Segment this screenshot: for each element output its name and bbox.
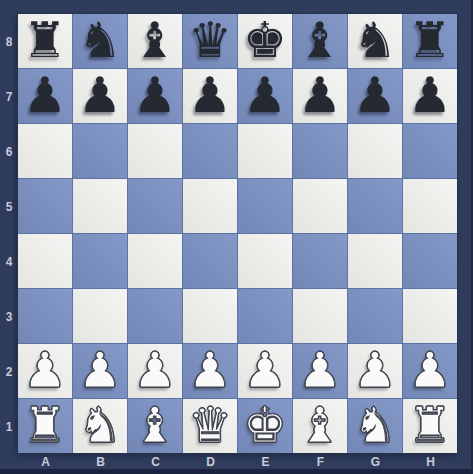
black-pawn[interactable]: ♟ xyxy=(408,69,452,123)
square-a6[interactable] xyxy=(18,124,72,178)
black-rook[interactable]: ♜ xyxy=(408,14,452,68)
black-bishop[interactable]: ♝ xyxy=(133,14,177,68)
file-label-d: D xyxy=(183,453,238,470)
white-bishop[interactable]: ♝ xyxy=(298,399,342,453)
file-label-c: C xyxy=(128,453,183,470)
square-f3[interactable] xyxy=(293,289,347,343)
white-pawn[interactable]: ♟ xyxy=(408,344,452,398)
black-pawn[interactable]: ♟ xyxy=(243,69,287,123)
square-b4[interactable] xyxy=(73,234,127,288)
square-e3[interactable] xyxy=(238,289,292,343)
white-pawn[interactable]: ♟ xyxy=(78,344,122,398)
file-labels: ABCDEFGH xyxy=(18,453,458,470)
white-knight[interactable]: ♞ xyxy=(353,399,397,453)
square-a1[interactable]: ♜ xyxy=(18,399,72,453)
square-c2[interactable]: ♟ xyxy=(128,344,182,398)
square-g8[interactable]: ♞ xyxy=(348,14,402,68)
rank-labels: 87654321 xyxy=(0,14,18,454)
square-b2[interactable]: ♟ xyxy=(73,344,127,398)
black-pawn[interactable]: ♟ xyxy=(188,69,232,123)
white-king[interactable]: ♚ xyxy=(243,399,287,453)
rank-label-4: 4 xyxy=(0,234,18,289)
square-c7[interactable]: ♟ xyxy=(128,69,182,123)
rank-label-2: 2 xyxy=(0,344,18,399)
black-rook[interactable]: ♜ xyxy=(23,14,67,68)
square-a5[interactable] xyxy=(18,179,72,233)
square-a4[interactable] xyxy=(18,234,72,288)
square-d3[interactable] xyxy=(183,289,237,343)
square-g7[interactable]: ♟ xyxy=(348,69,402,123)
square-h7[interactable]: ♟ xyxy=(403,69,457,123)
square-d4[interactable] xyxy=(183,234,237,288)
file-label-h: H xyxy=(403,453,458,470)
square-f1[interactable]: ♝ xyxy=(293,399,347,453)
square-c3[interactable] xyxy=(128,289,182,343)
square-e8[interactable]: ♚ xyxy=(238,14,292,68)
square-e7[interactable]: ♟ xyxy=(238,69,292,123)
square-f8[interactable]: ♝ xyxy=(293,14,347,68)
file-label-g: G xyxy=(348,453,403,470)
white-queen[interactable]: ♛ xyxy=(188,399,232,453)
white-bishop[interactable]: ♝ xyxy=(133,399,177,453)
white-pawn[interactable]: ♟ xyxy=(23,344,67,398)
square-d2[interactable]: ♟ xyxy=(183,344,237,398)
square-h8[interactable]: ♜ xyxy=(403,14,457,68)
rank-label-1: 1 xyxy=(0,399,18,454)
black-knight[interactable]: ♞ xyxy=(353,14,397,68)
square-b8[interactable]: ♞ xyxy=(73,14,127,68)
square-d7[interactable]: ♟ xyxy=(183,69,237,123)
white-pawn[interactable]: ♟ xyxy=(298,344,342,398)
chess-board-panel: 87654321 ♜♞♝♛♚♝♞♜♟♟♟♟♟♟♟♟♟♟♟♟♟♟♟♟♜♞♝♛♚♝♞… xyxy=(0,0,473,474)
white-rook[interactable]: ♜ xyxy=(408,399,452,453)
square-c5[interactable] xyxy=(128,179,182,233)
square-g1[interactable]: ♞ xyxy=(348,399,402,453)
square-d1[interactable]: ♛ xyxy=(183,399,237,453)
square-b6[interactable] xyxy=(73,124,127,178)
file-label-a: A xyxy=(18,453,73,470)
square-f2[interactable]: ♟ xyxy=(293,344,347,398)
file-label-e: E xyxy=(238,453,293,470)
square-b7[interactable]: ♟ xyxy=(73,69,127,123)
square-a7[interactable]: ♟ xyxy=(18,69,72,123)
square-a2[interactable]: ♟ xyxy=(18,344,72,398)
square-e4[interactable] xyxy=(238,234,292,288)
square-e6[interactable] xyxy=(238,124,292,178)
square-f6[interactable] xyxy=(293,124,347,178)
rank-label-3: 3 xyxy=(0,289,18,344)
square-d5[interactable] xyxy=(183,179,237,233)
square-e5[interactable] xyxy=(238,179,292,233)
square-e2[interactable]: ♟ xyxy=(238,344,292,398)
black-pawn[interactable]: ♟ xyxy=(353,69,397,123)
file-label-f: F xyxy=(293,453,348,470)
square-a3[interactable] xyxy=(18,289,72,343)
square-b5[interactable] xyxy=(73,179,127,233)
white-pawn[interactable]: ♟ xyxy=(353,344,397,398)
file-label-b: B xyxy=(73,453,128,470)
black-pawn[interactable]: ♟ xyxy=(298,69,342,123)
square-a8[interactable]: ♜ xyxy=(18,14,72,68)
white-pawn[interactable]: ♟ xyxy=(188,344,232,398)
black-knight[interactable]: ♞ xyxy=(78,14,122,68)
square-g2[interactable]: ♟ xyxy=(348,344,402,398)
square-g6[interactable] xyxy=(348,124,402,178)
rank-label-6: 6 xyxy=(0,124,18,179)
rank-label-5: 5 xyxy=(0,179,18,234)
square-g5[interactable] xyxy=(348,179,402,233)
square-b3[interactable] xyxy=(73,289,127,343)
square-c1[interactable]: ♝ xyxy=(128,399,182,453)
square-h5[interactable] xyxy=(403,179,457,233)
rank-label-8: 8 xyxy=(0,14,18,69)
square-c6[interactable] xyxy=(128,124,182,178)
black-bishop[interactable]: ♝ xyxy=(298,14,342,68)
black-pawn[interactable]: ♟ xyxy=(78,69,122,123)
square-h3[interactable] xyxy=(403,289,457,343)
white-rook[interactable]: ♜ xyxy=(23,399,67,453)
square-f5[interactable] xyxy=(293,179,347,233)
square-d6[interactable] xyxy=(183,124,237,178)
square-f4[interactable] xyxy=(293,234,347,288)
black-king[interactable]: ♚ xyxy=(243,14,287,68)
square-h2[interactable]: ♟ xyxy=(403,344,457,398)
white-pawn[interactable]: ♟ xyxy=(133,344,177,398)
square-d8[interactable]: ♛ xyxy=(183,14,237,68)
white-pawn[interactable]: ♟ xyxy=(243,344,287,398)
black-pawn[interactable]: ♟ xyxy=(133,69,177,123)
white-knight[interactable]: ♞ xyxy=(78,399,122,453)
square-g4[interactable] xyxy=(348,234,402,288)
square-h4[interactable] xyxy=(403,234,457,288)
square-f7[interactable]: ♟ xyxy=(293,69,347,123)
square-g3[interactable] xyxy=(348,289,402,343)
square-h6[interactable] xyxy=(403,124,457,178)
black-queen[interactable]: ♛ xyxy=(188,14,232,68)
square-c8[interactable]: ♝ xyxy=(128,14,182,68)
square-e1[interactable]: ♚ xyxy=(238,399,292,453)
frame-bottom-edge xyxy=(0,469,473,474)
black-pawn[interactable]: ♟ xyxy=(23,69,67,123)
square-c4[interactable] xyxy=(128,234,182,288)
board: ♜♞♝♛♚♝♞♜♟♟♟♟♟♟♟♟♟♟♟♟♟♟♟♟♜♞♝♛♚♝♞♜ xyxy=(18,14,457,453)
rank-label-7: 7 xyxy=(0,69,18,124)
square-b1[interactable]: ♞ xyxy=(73,399,127,453)
square-h1[interactable]: ♜ xyxy=(403,399,457,453)
